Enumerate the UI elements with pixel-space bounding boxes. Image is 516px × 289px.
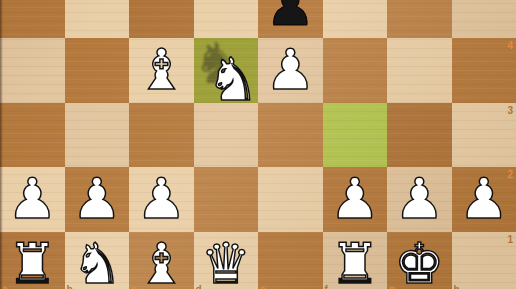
chess-board[interactable]: 876♟5♝♞♞♟43♟♟♟♟♟♟2♜a♞b♝c♛de♜f♚g1h xyxy=(0,0,516,289)
white-pawn[interactable]: ♟ xyxy=(459,171,509,227)
square-b5[interactable] xyxy=(65,0,130,38)
white-pawn[interactable]: ♟ xyxy=(136,171,186,227)
square-c2[interactable]: ♟ xyxy=(129,167,194,232)
square-e2[interactable] xyxy=(258,167,323,232)
square-b1[interactable]: ♞b xyxy=(65,232,130,289)
white-pawn[interactable]: ♟ xyxy=(7,171,57,227)
square-b3[interactable] xyxy=(65,103,130,168)
square-f1[interactable]: ♜f xyxy=(323,232,388,289)
rank-coordinate-4: 4 xyxy=(507,40,513,51)
square-g4[interactable] xyxy=(387,38,452,103)
square-c5[interactable] xyxy=(129,0,194,38)
square-a3[interactable] xyxy=(0,103,65,168)
square-a1[interactable]: ♜a xyxy=(0,232,65,289)
square-f4[interactable] xyxy=(323,38,388,103)
white-rook[interactable]: ♜ xyxy=(330,236,380,289)
square-e3[interactable] xyxy=(258,103,323,168)
square-g5[interactable] xyxy=(387,0,452,38)
white-knight[interactable]: ♞ xyxy=(206,50,259,109)
square-e5[interactable]: ♟ xyxy=(258,0,323,38)
square-h3[interactable]: 3 xyxy=(452,103,516,168)
file-coordinate-h: h xyxy=(454,284,460,289)
rank-coordinate-1: 1 xyxy=(507,234,513,245)
white-rook[interactable]: ♜ xyxy=(7,236,57,289)
square-f3[interactable] xyxy=(323,103,388,168)
square-c4[interactable]: ♝ xyxy=(129,38,194,103)
square-h2[interactable]: ♟2 xyxy=(452,167,516,232)
white-bishop[interactable]: ♝ xyxy=(136,42,186,98)
file-coordinate-f: f xyxy=(325,284,328,289)
square-g2[interactable]: ♟ xyxy=(387,167,452,232)
square-d2[interactable] xyxy=(194,167,259,232)
square-b2[interactable]: ♟ xyxy=(65,167,130,232)
square-h4[interactable]: 4 xyxy=(452,38,516,103)
square-g1[interactable]: ♚g xyxy=(387,232,452,289)
square-e1[interactable]: e xyxy=(258,232,323,289)
square-f5[interactable] xyxy=(323,0,388,38)
rank-coordinate-3: 3 xyxy=(507,105,513,116)
black-pawn[interactable]: ♟ xyxy=(265,0,315,34)
square-d4[interactable]: ♞♞ xyxy=(194,38,259,103)
square-h1[interactable]: 1h xyxy=(452,232,516,289)
white-pawn[interactable]: ♟ xyxy=(265,42,315,98)
square-c1[interactable]: ♝c xyxy=(129,232,194,289)
square-f2[interactable]: ♟ xyxy=(323,167,388,232)
chess-board-viewport: 876♟5♝♞♞♟43♟♟♟♟♟♟2♜a♞b♝c♛de♜f♚g1h xyxy=(0,0,516,289)
file-coordinate-e: e xyxy=(260,284,266,289)
square-h5[interactable]: 5 xyxy=(452,0,516,38)
square-e4[interactable]: ♟ xyxy=(258,38,323,103)
white-king[interactable]: ♚ xyxy=(394,236,444,289)
white-pawn[interactable]: ♟ xyxy=(72,171,122,227)
square-b4[interactable] xyxy=(65,38,130,103)
square-c3[interactable] xyxy=(129,103,194,168)
white-pawn[interactable]: ♟ xyxy=(394,171,444,227)
square-a2[interactable]: ♟ xyxy=(0,167,65,232)
white-bishop[interactable]: ♝ xyxy=(136,236,186,289)
white-queen[interactable]: ♛ xyxy=(201,236,251,289)
square-g3[interactable] xyxy=(387,103,452,168)
square-a5[interactable] xyxy=(0,0,65,38)
white-pawn[interactable]: ♟ xyxy=(330,171,380,227)
white-knight[interactable]: ♞ xyxy=(72,236,122,289)
square-a4[interactable] xyxy=(0,38,65,103)
square-d1[interactable]: ♛d xyxy=(194,232,259,289)
